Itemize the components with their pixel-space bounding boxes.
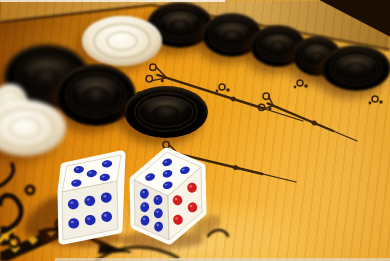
dice xyxy=(0,0,390,261)
photo-top-edge-highlight xyxy=(0,0,225,2)
die-left[interactable] xyxy=(17,155,122,247)
backgammon-board-photo xyxy=(0,0,390,261)
die-right[interactable] xyxy=(120,152,224,249)
